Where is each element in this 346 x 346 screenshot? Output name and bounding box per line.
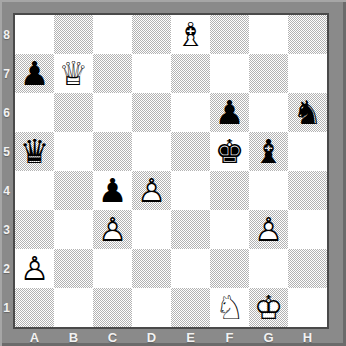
square-e2[interactable] <box>171 249 210 288</box>
square-b7[interactable]: ♛♕ <box>54 54 93 93</box>
square-b6[interactable] <box>54 93 93 132</box>
rank-label-5: 5 <box>0 132 13 171</box>
file-label-e: E <box>171 329 210 345</box>
square-a4[interactable] <box>15 171 54 210</box>
square-h3[interactable] <box>288 210 327 249</box>
square-h7[interactable] <box>288 54 327 93</box>
square-g5[interactable]: ♝ <box>249 132 288 171</box>
piece-white-pawn: ♟♙ <box>249 210 288 249</box>
square-f2[interactable] <box>210 249 249 288</box>
square-e8[interactable]: ♝♗ <box>171 15 210 54</box>
square-c3[interactable]: ♟♙ <box>93 210 132 249</box>
square-d6[interactable] <box>132 93 171 132</box>
square-h4[interactable] <box>288 171 327 210</box>
piece-white-pawn: ♟♙ <box>15 249 54 288</box>
square-f7[interactable] <box>210 54 249 93</box>
file-label-h: H <box>288 329 327 345</box>
square-e3[interactable] <box>171 210 210 249</box>
rank-label-3: 3 <box>0 210 13 249</box>
square-c4[interactable]: ♟ <box>93 171 132 210</box>
square-d8[interactable] <box>132 15 171 54</box>
square-c8[interactable] <box>93 15 132 54</box>
square-d1[interactable] <box>132 288 171 327</box>
rank-label-6: 6 <box>0 93 13 132</box>
square-d7[interactable] <box>132 54 171 93</box>
square-e5[interactable] <box>171 132 210 171</box>
square-h5[interactable] <box>288 132 327 171</box>
file-label-f: F <box>210 329 249 345</box>
square-f1[interactable]: ♞♘ <box>210 288 249 327</box>
square-g8[interactable] <box>249 15 288 54</box>
square-d4[interactable]: ♟♙ <box>132 171 171 210</box>
square-e4[interactable] <box>171 171 210 210</box>
square-h1[interactable] <box>288 288 327 327</box>
square-g1[interactable]: ♚♔ <box>249 288 288 327</box>
square-h2[interactable] <box>288 249 327 288</box>
square-b4[interactable] <box>54 171 93 210</box>
square-c6[interactable] <box>93 93 132 132</box>
square-c2[interactable] <box>93 249 132 288</box>
square-e7[interactable] <box>171 54 210 93</box>
square-h6[interactable]: ♞ <box>288 93 327 132</box>
chessboard-frame: ♝♗♟♛♕♟♞♛♚♝♟♟♙♟♙♟♙♟♙♞♘♚♔ 87654321 ABCDEFG… <box>0 0 346 346</box>
piece-black-queen: ♛ <box>15 132 54 171</box>
square-f5[interactable]: ♚ <box>210 132 249 171</box>
square-f8[interactable] <box>210 15 249 54</box>
square-g3[interactable]: ♟♙ <box>249 210 288 249</box>
square-e6[interactable] <box>171 93 210 132</box>
file-label-c: C <box>93 329 132 345</box>
piece-white-knight: ♞♘ <box>210 288 249 327</box>
square-h8[interactable] <box>288 15 327 54</box>
file-label-a: A <box>15 329 54 345</box>
square-c5[interactable] <box>93 132 132 171</box>
square-a5[interactable]: ♛ <box>15 132 54 171</box>
file-label-d: D <box>132 329 171 345</box>
piece-black-pawn: ♟ <box>210 93 249 132</box>
piece-white-pawn: ♟♙ <box>93 210 132 249</box>
rank-label-8: 8 <box>0 15 13 54</box>
square-d5[interactable] <box>132 132 171 171</box>
piece-black-bishop: ♝ <box>249 132 288 171</box>
square-b2[interactable] <box>54 249 93 288</box>
square-b5[interactable] <box>54 132 93 171</box>
square-f3[interactable] <box>210 210 249 249</box>
square-a3[interactable] <box>15 210 54 249</box>
square-g7[interactable] <box>249 54 288 93</box>
square-g2[interactable] <box>249 249 288 288</box>
square-b8[interactable] <box>54 15 93 54</box>
square-b3[interactable] <box>54 210 93 249</box>
piece-black-knight: ♞ <box>288 93 327 132</box>
rank-label-2: 2 <box>0 249 13 288</box>
rank-label-1: 1 <box>0 288 13 327</box>
file-label-g: G <box>249 329 288 345</box>
square-a1[interactable] <box>15 288 54 327</box>
square-b1[interactable] <box>54 288 93 327</box>
square-a8[interactable] <box>15 15 54 54</box>
piece-black-pawn: ♟ <box>93 171 132 210</box>
piece-white-king: ♚♔ <box>249 288 288 327</box>
chessboard: ♝♗♟♛♕♟♞♛♚♝♟♟♙♟♙♟♙♟♙♞♘♚♔ <box>13 13 329 329</box>
piece-white-pawn: ♟♙ <box>132 171 171 210</box>
piece-black-pawn: ♟ <box>15 54 54 93</box>
piece-white-bishop: ♝♗ <box>171 15 210 54</box>
square-f4[interactable] <box>210 171 249 210</box>
square-a2[interactable]: ♟♙ <box>15 249 54 288</box>
square-g6[interactable] <box>249 93 288 132</box>
square-c1[interactable] <box>93 288 132 327</box>
rank-label-4: 4 <box>0 171 13 210</box>
rank-label-7: 7 <box>0 54 13 93</box>
square-a6[interactable] <box>15 93 54 132</box>
square-d2[interactable] <box>132 249 171 288</box>
piece-white-queen: ♛♕ <box>54 54 93 93</box>
square-c7[interactable] <box>93 54 132 93</box>
piece-black-king: ♚ <box>210 132 249 171</box>
square-f6[interactable]: ♟ <box>210 93 249 132</box>
square-e1[interactable] <box>171 288 210 327</box>
file-label-b: B <box>54 329 93 345</box>
square-d3[interactable] <box>132 210 171 249</box>
square-a7[interactable]: ♟ <box>15 54 54 93</box>
square-g4[interactable] <box>249 171 288 210</box>
